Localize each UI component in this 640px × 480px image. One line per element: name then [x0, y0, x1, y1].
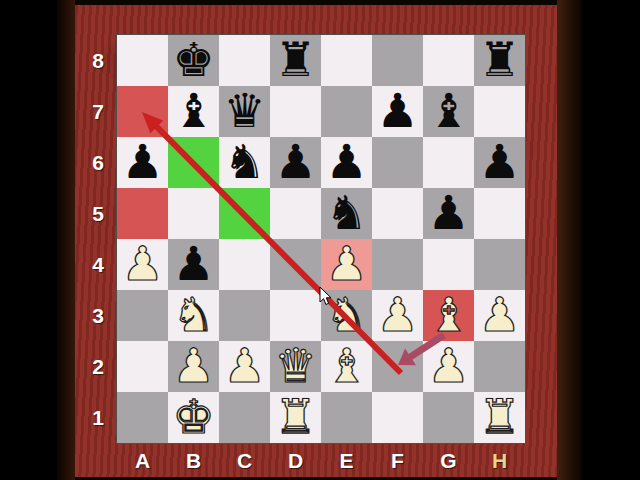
file-label-e: E	[321, 444, 372, 478]
square-a5[interactable]	[117, 188, 168, 239]
square-g3[interactable]: ♝	[423, 290, 474, 341]
square-c6[interactable]: ♞	[219, 137, 270, 188]
black-pawn-piece: ♟	[121, 138, 163, 185]
square-b7[interactable]: ♝	[168, 86, 219, 137]
square-a3[interactable]	[117, 290, 168, 341]
rank-label-6: 6	[84, 137, 112, 188]
black-rook-piece: ♜	[478, 36, 520, 83]
chess-board: ♚♜♜♝♛♟♝♟♞♟♟♟♞♟♟♟♟♞♞♟♝♟♟♟♛♝♟♚♜♜	[116, 34, 526, 444]
square-g4[interactable]	[423, 239, 474, 290]
square-e2[interactable]: ♝	[321, 341, 372, 392]
square-a7[interactable]	[117, 86, 168, 137]
square-a8[interactable]	[117, 35, 168, 86]
square-e7[interactable]	[321, 86, 372, 137]
square-c8[interactable]	[219, 35, 270, 86]
square-c2[interactable]: ♟	[219, 341, 270, 392]
square-h7[interactable]	[474, 86, 525, 137]
square-b4[interactable]: ♟	[168, 239, 219, 290]
wood-edge-left	[57, 0, 75, 480]
file-label-g: G	[423, 444, 474, 478]
white-king-piece: ♚	[172, 393, 214, 440]
white-pawn-piece: ♟	[478, 291, 520, 338]
square-b1[interactable]: ♚	[168, 392, 219, 443]
square-d5[interactable]	[270, 188, 321, 239]
black-pawn-piece: ♟	[274, 138, 316, 185]
square-h5[interactable]	[474, 188, 525, 239]
white-pawn-piece: ♟	[427, 342, 469, 389]
white-bishop-piece: ♝	[325, 342, 367, 389]
black-knight-piece: ♞	[325, 189, 367, 236]
black-pawn-piece: ♟	[427, 189, 469, 236]
square-d8[interactable]: ♜	[270, 35, 321, 86]
white-pawn-piece: ♟	[172, 342, 214, 389]
black-pawn-piece: ♟	[478, 138, 520, 185]
rank-label-8: 8	[84, 35, 112, 86]
square-h2[interactable]	[474, 341, 525, 392]
white-rook-piece: ♜	[274, 393, 316, 440]
square-h8[interactable]: ♜	[474, 35, 525, 86]
square-h6[interactable]: ♟	[474, 137, 525, 188]
square-g6[interactable]	[423, 137, 474, 188]
mouse-cursor-icon	[319, 287, 332, 307]
square-b3[interactable]: ♞	[168, 290, 219, 341]
square-c4[interactable]	[219, 239, 270, 290]
black-knight-piece: ♞	[223, 138, 265, 185]
rank-label-1: 1	[84, 392, 112, 443]
black-pawn-piece: ♟	[325, 138, 367, 185]
square-g2[interactable]: ♟	[423, 341, 474, 392]
square-f4[interactable]	[372, 239, 423, 290]
black-pawn-piece: ♟	[376, 87, 418, 134]
square-c7[interactable]: ♛	[219, 86, 270, 137]
square-d2[interactable]: ♛	[270, 341, 321, 392]
square-a4[interactable]: ♟	[117, 239, 168, 290]
square-a1[interactable]	[117, 392, 168, 443]
square-f8[interactable]	[372, 35, 423, 86]
square-f7[interactable]: ♟	[372, 86, 423, 137]
black-king-piece: ♚	[172, 36, 214, 83]
white-pawn-piece: ♟	[121, 240, 163, 287]
rank-label-4: 4	[84, 239, 112, 290]
white-knight-piece: ♞	[172, 291, 214, 338]
square-f3[interactable]: ♟	[372, 290, 423, 341]
square-h1[interactable]: ♜	[474, 392, 525, 443]
square-d6[interactable]: ♟	[270, 137, 321, 188]
white-queen-piece: ♛	[274, 342, 316, 389]
white-rook-piece: ♜	[478, 393, 520, 440]
square-g5[interactable]: ♟	[423, 188, 474, 239]
square-g7[interactable]: ♝	[423, 86, 474, 137]
file-label-h: H	[474, 444, 525, 478]
square-c5[interactable]	[219, 188, 270, 239]
square-g1[interactable]	[423, 392, 474, 443]
square-e8[interactable]	[321, 35, 372, 86]
square-e6[interactable]: ♟	[321, 137, 372, 188]
rank-label-5: 5	[84, 188, 112, 239]
square-f2[interactable]	[372, 341, 423, 392]
file-label-c: C	[219, 444, 270, 478]
black-queen-piece: ♛	[223, 87, 265, 134]
square-d7[interactable]	[270, 86, 321, 137]
file-label-f: F	[372, 444, 423, 478]
white-pawn-piece: ♟	[325, 240, 367, 287]
square-e1[interactable]	[321, 392, 372, 443]
square-a6[interactable]: ♟	[117, 137, 168, 188]
square-b2[interactable]: ♟	[168, 341, 219, 392]
square-h3[interactable]: ♟	[474, 290, 525, 341]
square-e5[interactable]: ♞	[321, 188, 372, 239]
square-f1[interactable]	[372, 392, 423, 443]
file-label-a: A	[117, 444, 168, 478]
square-e4[interactable]: ♟	[321, 239, 372, 290]
rank-label-3: 3	[84, 290, 112, 341]
square-b5[interactable]	[168, 188, 219, 239]
square-c3[interactable]	[219, 290, 270, 341]
file-label-b: B	[168, 444, 219, 478]
square-f5[interactable]	[372, 188, 423, 239]
square-b8[interactable]: ♚	[168, 35, 219, 86]
square-d4[interactable]	[270, 239, 321, 290]
square-b6[interactable]	[168, 137, 219, 188]
file-label-d: D	[270, 444, 321, 478]
black-bishop-piece: ♝	[172, 87, 214, 134]
square-h4[interactable]	[474, 239, 525, 290]
black-rook-piece: ♜	[274, 36, 316, 83]
square-d3[interactable]	[270, 290, 321, 341]
white-pawn-piece: ♟	[376, 291, 418, 338]
black-bishop-piece: ♝	[427, 87, 469, 134]
rank-label-2: 2	[84, 341, 112, 392]
white-pawn-piece: ♟	[223, 342, 265, 389]
rank-label-7: 7	[84, 86, 112, 137]
square-f6[interactable]	[372, 137, 423, 188]
square-c1[interactable]	[219, 392, 270, 443]
white-bishop-piece: ♝	[427, 291, 469, 338]
wood-edge-right	[557, 0, 582, 480]
black-pawn-piece: ♟	[172, 240, 214, 287]
square-d1[interactable]: ♜	[270, 392, 321, 443]
square-a2[interactable]	[117, 341, 168, 392]
chess-app-window: ♚♜♜♝♛♟♝♟♞♟♟♟♞♟♟♟♟♞♞♟♝♟♟♟♛♝♟♚♜♜ 87654321 …	[0, 0, 640, 480]
square-g8[interactable]	[423, 35, 474, 86]
